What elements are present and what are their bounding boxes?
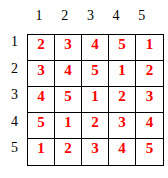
grid-cell-r5c1: 1 [28,139,55,165]
row-header-3: 3 [2,87,18,103]
grid-cell-r4c3: 2 [82,113,109,139]
grid-cell-r2c1: 3 [28,61,55,87]
grid-cell-r5c3: 3 [82,139,109,165]
grid-cell-r2c3: 5 [82,61,109,87]
grid-cell-r3c1: 4 [28,87,55,113]
grid-cell-r1c2: 3 [55,35,82,61]
grid-cell-r3c5: 3 [136,87,163,113]
column-header-5: 5 [129,8,155,24]
grid-cell-r1c1: 2 [28,35,55,61]
row-header-5: 5 [2,140,18,156]
column-header-2: 2 [52,8,78,24]
board-grid: 2345134512451235123412345 [27,34,164,166]
row-header-2: 2 [2,61,18,77]
grid-cell-r1c5: 1 [136,35,163,61]
grid-cell-r1c4: 5 [109,35,136,61]
column-header-1: 1 [26,8,52,24]
grid-cell-r5c5: 5 [136,139,163,165]
grid-cell-r4c4: 3 [109,113,136,139]
grid-cell-r5c4: 4 [109,139,136,165]
column-header-4: 4 [103,8,129,24]
grid-cell-r4c1: 5 [28,113,55,139]
grid-cell-r4c2: 1 [55,113,82,139]
latin-square-diagram: 12345 12345 2345134512451235123412345 [0,0,168,178]
grid-cell-r4c5: 4 [136,113,163,139]
grid-cell-r1c3: 4 [82,35,109,61]
column-header-3: 3 [77,8,103,24]
row-header-1: 1 [2,34,18,50]
grid-cell-r2c4: 1 [109,61,136,87]
grid-cell-r2c2: 4 [55,61,82,87]
row-header-4: 4 [2,114,18,130]
grid-cell-r3c4: 2 [109,87,136,113]
grid-cell-r3c3: 1 [82,87,109,113]
grid-cell-r2c5: 2 [136,61,163,87]
grid-cell-r5c2: 2 [55,139,82,165]
grid-cell-r3c2: 5 [55,87,82,113]
